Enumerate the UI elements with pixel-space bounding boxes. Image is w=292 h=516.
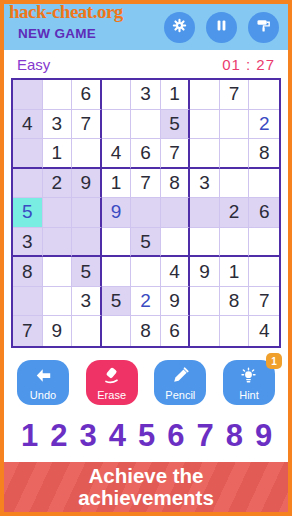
cell-r5c5[interactable] bbox=[131, 198, 161, 228]
numpad-8[interactable]: 8 bbox=[220, 419, 249, 452]
cell-r8c6[interactable]: 9 bbox=[161, 287, 191, 317]
cell-r5c4[interactable]: 9 bbox=[102, 198, 132, 228]
cell-r9c9[interactable]: 4 bbox=[249, 316, 279, 346]
gear-icon bbox=[171, 17, 188, 38]
hint-button[interactable]: Hint1 bbox=[223, 360, 275, 405]
cell-r7c6[interactable]: 4 bbox=[161, 257, 191, 287]
cell-r4c5[interactable]: 7 bbox=[131, 169, 161, 199]
banner-line2: achievements bbox=[78, 487, 214, 509]
cell-r9c2[interactable]: 9 bbox=[43, 316, 73, 346]
cell-r7c7[interactable]: 9 bbox=[190, 257, 220, 287]
cell-r2c6[interactable]: 5 bbox=[161, 110, 191, 140]
cell-r3c9[interactable]: 8 bbox=[249, 139, 279, 169]
cell-r7c4[interactable] bbox=[102, 257, 132, 287]
theme-button[interactable] bbox=[248, 12, 279, 43]
cell-r8c1[interactable] bbox=[13, 287, 43, 317]
cell-r9c8[interactable] bbox=[220, 316, 250, 346]
cell-r6c7[interactable] bbox=[190, 228, 220, 258]
numpad-5[interactable]: 5 bbox=[132, 419, 161, 452]
cell-r7c2[interactable] bbox=[43, 257, 73, 287]
numpad-2[interactable]: 2 bbox=[44, 419, 73, 452]
cell-r7c8[interactable]: 1 bbox=[220, 257, 250, 287]
numpad-7[interactable]: 7 bbox=[191, 419, 220, 452]
cell-r5c7[interactable] bbox=[190, 198, 220, 228]
cell-r8c3[interactable]: 3 bbox=[72, 287, 102, 317]
tool-label: Erase bbox=[97, 389, 126, 401]
cell-r5c3[interactable] bbox=[72, 198, 102, 228]
cell-r8c5[interactable]: 2 bbox=[131, 287, 161, 317]
cell-r8c4[interactable]: 5 bbox=[102, 287, 132, 317]
settings-button[interactable] bbox=[164, 12, 195, 43]
tool-label: Hint bbox=[239, 389, 259, 401]
pause-button[interactable] bbox=[206, 12, 237, 43]
cell-r9c1[interactable]: 7 bbox=[13, 316, 43, 346]
cell-r4c3[interactable]: 9 bbox=[72, 169, 102, 199]
cell-r2c3[interactable]: 7 bbox=[72, 110, 102, 140]
status-row: Easy 01 : 27 bbox=[4, 50, 288, 78]
cell-r3c1[interactable] bbox=[13, 139, 43, 169]
pause-icon bbox=[213, 17, 230, 38]
cell-r4c4[interactable]: 1 bbox=[102, 169, 132, 199]
cell-r7c5[interactable] bbox=[131, 257, 161, 287]
timer: 01 : 27 bbox=[222, 56, 275, 73]
cell-r1c1[interactable] bbox=[13, 80, 43, 110]
cell-r3c6[interactable]: 7 bbox=[161, 139, 191, 169]
page-title: NEW GAME bbox=[18, 26, 96, 41]
undo-button[interactable]: Undo bbox=[17, 360, 69, 405]
cell-r2c2[interactable]: 3 bbox=[43, 110, 73, 140]
numpad-9[interactable]: 9 bbox=[249, 419, 278, 452]
cell-r9c4[interactable] bbox=[102, 316, 132, 346]
cell-r9c6[interactable]: 6 bbox=[161, 316, 191, 346]
tool-label: Pencil bbox=[165, 389, 195, 401]
cell-r1c5[interactable]: 3 bbox=[131, 80, 161, 110]
cell-r2c8[interactable] bbox=[220, 110, 250, 140]
cell-r6c1[interactable]: 3 bbox=[13, 228, 43, 258]
cell-r4c2[interactable]: 2 bbox=[43, 169, 73, 199]
cell-r6c8[interactable] bbox=[220, 228, 250, 258]
bulb-icon bbox=[239, 366, 258, 389]
cell-r8c8[interactable]: 8 bbox=[220, 287, 250, 317]
cell-r6c6[interactable] bbox=[161, 228, 191, 258]
cell-r9c3[interactable] bbox=[72, 316, 102, 346]
cell-r1c9[interactable] bbox=[249, 80, 279, 110]
cell-r6c5[interactable]: 5 bbox=[131, 228, 161, 258]
cell-r3c4[interactable]: 4 bbox=[102, 139, 132, 169]
header-bar: hack-cheat.org NEW GAME bbox=[4, 4, 288, 50]
sudoku-grid: 6317437521467829178359263585491352987798… bbox=[11, 78, 281, 348]
cell-r5c9[interactable]: 6 bbox=[249, 198, 279, 228]
cell-r4c1[interactable] bbox=[13, 169, 43, 199]
cell-r8c9[interactable]: 7 bbox=[249, 287, 279, 317]
header-buttons bbox=[164, 12, 279, 43]
cell-r7c1[interactable]: 8 bbox=[13, 257, 43, 287]
pencil-button[interactable]: Pencil bbox=[154, 360, 206, 405]
cell-r1c2[interactable] bbox=[43, 80, 73, 110]
pencil-icon bbox=[171, 366, 190, 389]
hint-count-badge: 1 bbox=[266, 353, 282, 369]
cell-r5c6[interactable] bbox=[161, 198, 191, 228]
cell-r2c4[interactable] bbox=[102, 110, 132, 140]
paint-roller-icon bbox=[255, 17, 272, 38]
numpad-4[interactable]: 4 bbox=[103, 419, 132, 452]
cell-r2c5[interactable] bbox=[131, 110, 161, 140]
banner-line1: Achieve the bbox=[88, 465, 203, 487]
cell-r3c3[interactable] bbox=[72, 139, 102, 169]
number-pad: 123456789 bbox=[4, 419, 288, 452]
cell-r3c5[interactable]: 6 bbox=[131, 139, 161, 169]
cell-r1c7[interactable] bbox=[190, 80, 220, 110]
cell-r3c8[interactable] bbox=[220, 139, 250, 169]
cell-r4c9[interactable] bbox=[249, 169, 279, 199]
cell-r5c1[interactable]: 5 bbox=[13, 198, 43, 228]
numpad-6[interactable]: 6 bbox=[161, 419, 190, 452]
watermark-text: hack-cheat.org bbox=[9, 1, 123, 23]
cell-r1c3[interactable]: 6 bbox=[72, 80, 102, 110]
cell-r5c8[interactable]: 2 bbox=[220, 198, 250, 228]
cell-r5c2[interactable] bbox=[43, 198, 73, 228]
cell-r9c5[interactable]: 8 bbox=[131, 316, 161, 346]
cell-r7c9[interactable] bbox=[249, 257, 279, 287]
cell-r9c7[interactable] bbox=[190, 316, 220, 346]
cell-r6c4[interactable] bbox=[102, 228, 132, 258]
cell-r4c6[interactable]: 8 bbox=[161, 169, 191, 199]
cell-r3c7[interactable] bbox=[190, 139, 220, 169]
cell-r6c3[interactable] bbox=[72, 228, 102, 258]
cell-r1c8[interactable]: 7 bbox=[220, 80, 250, 110]
cell-r6c2[interactable] bbox=[43, 228, 73, 258]
cell-r4c8[interactable] bbox=[220, 169, 250, 199]
cell-r8c2[interactable] bbox=[43, 287, 73, 317]
cell-r1c6[interactable]: 1 bbox=[161, 80, 191, 110]
cell-r2c7[interactable] bbox=[190, 110, 220, 140]
undo-icon bbox=[34, 366, 53, 389]
cell-r2c9[interactable]: 2 bbox=[249, 110, 279, 140]
cell-r6c9[interactable] bbox=[249, 228, 279, 258]
difficulty-label: Easy bbox=[17, 56, 50, 73]
erase-button[interactable]: Erase bbox=[86, 360, 138, 405]
cell-r4c7[interactable]: 3 bbox=[190, 169, 220, 199]
ad-banner[interactable]: Achieve the achievements bbox=[4, 462, 288, 512]
numpad-1[interactable]: 1 bbox=[15, 419, 44, 452]
tool-label: Undo bbox=[30, 389, 56, 401]
app-window: hack-cheat.org NEW GAME bbox=[0, 0, 292, 516]
cell-r7c3[interactable]: 5 bbox=[72, 257, 102, 287]
eraser-icon bbox=[102, 366, 121, 389]
cell-r1c4[interactable] bbox=[102, 80, 132, 110]
cell-r8c7[interactable] bbox=[190, 287, 220, 317]
cell-r2c1[interactable]: 4 bbox=[13, 110, 43, 140]
cell-r3c2[interactable]: 1 bbox=[43, 139, 73, 169]
toolbar: UndoErasePencilHint1 bbox=[4, 360, 288, 405]
numpad-3[interactable]: 3 bbox=[74, 419, 103, 452]
